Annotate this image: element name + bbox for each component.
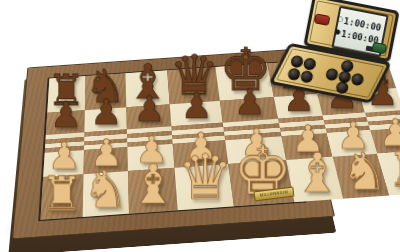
square-b7[interactable]: ♟: [85, 107, 128, 132]
key-button-1[interactable]: [290, 55, 305, 69]
red-button[interactable]: [314, 13, 331, 26]
product-photo-scene: ♜♞♝♛♚♝♞♜♟♟♟♟♟♟♟♟♟♟♟♟♟♟♟♟♜♞♝♛♚♝♞♜ MILLENN…: [0, 0, 400, 252]
white-bishop-f1[interactable]: ♝: [293, 146, 341, 200]
key-button-3[interactable]: [287, 67, 302, 81]
chessboard: ♜♞♝♛♚♝♞♜♟♟♟♟♟♟♟♟♟♟♟♟♟♟♟♟♜♞♝♛♚♝♞♜: [10, 0, 324, 252]
black-pawn-c7[interactable]: ♟: [133, 92, 165, 127]
white-knight-b1[interactable]: ♞: [83, 163, 129, 215]
square-e7[interactable]: ♟: [220, 97, 278, 123]
square-c1[interactable]: ♝: [128, 168, 178, 214]
black-pawn-d7[interactable]: ♟: [181, 88, 213, 123]
square-a1[interactable]: ♜: [40, 174, 84, 220]
nav-left-button[interactable]: [325, 68, 340, 82]
square-a7[interactable]: ♟: [46, 110, 85, 135]
white-rook-h1[interactable]: ♜: [387, 146, 400, 193]
white-knight-g1[interactable]: ♞: [341, 145, 387, 197]
square-g1[interactable]: ♞: [332, 154, 389, 199]
black-pawn-a7[interactable]: ♟: [50, 98, 82, 133]
nav-right-button[interactable]: [350, 72, 365, 86]
black-pawn-e7[interactable]: ♟: [234, 85, 266, 120]
square-b1[interactable]: ♞: [83, 171, 130, 217]
square-f1[interactable]: ♝: [286, 157, 343, 202]
key-button-4[interactable]: [300, 70, 315, 84]
square-d1[interactable]: ♛: [175, 164, 234, 210]
nav-down-button[interactable]: [335, 81, 350, 95]
black-pawn-b7[interactable]: ♟: [90, 95, 122, 130]
white-queen-d1[interactable]: ♛: [177, 146, 233, 208]
white-bishop-c1[interactable]: ♝: [129, 158, 177, 212]
white-rook-a1[interactable]: ♜: [41, 170, 83, 217]
square-c7[interactable]: ♟: [127, 104, 172, 129]
key-button-2[interactable]: [303, 57, 318, 71]
